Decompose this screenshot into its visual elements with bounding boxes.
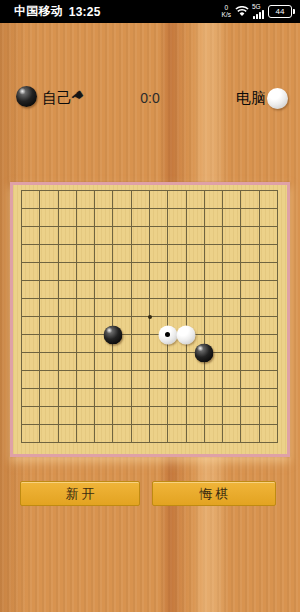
grid-line-h [21, 442, 278, 443]
signal-bars-icon: 5G [253, 4, 264, 19]
status-right: 0 K/s 5G 44 [222, 0, 295, 23]
status-left: 中国移动 13:25 [14, 0, 101, 23]
grid-line-h [21, 406, 278, 407]
opponent-stone-icon [267, 88, 288, 109]
star-point [148, 315, 152, 319]
new-game-button[interactable]: 新开 [20, 481, 140, 506]
app-screen: 中国移动 13:25 0 K/s 5G 44 [0, 0, 300, 612]
grid-line-v [259, 190, 260, 443]
grid-line-h [21, 424, 278, 425]
signal-type-label: 5G [252, 4, 261, 11]
last-move-marker [165, 332, 170, 337]
battery-icon: 44 [268, 5, 295, 18]
stone-white-i7 [158, 325, 177, 344]
battery-percent: 44 [268, 5, 292, 18]
opponent-player-label: 电脑 [236, 89, 266, 108]
grid-line-v [277, 190, 278, 443]
wifi-icon [235, 3, 249, 21]
go-board[interactable] [10, 182, 290, 457]
carrier-label: 中国移动 [14, 3, 63, 20]
stone-black-f7 [103, 325, 122, 344]
status-bar: 中国移动 13:25 0 K/s 5G 44 [0, 0, 300, 23]
net-speed-unit: K/s [222, 12, 231, 19]
net-speed-indicator: 0 K/s [222, 5, 231, 18]
board-grid[interactable] [21, 190, 278, 443]
stone-black-k6 [195, 343, 214, 362]
undo-move-button[interactable]: 悔棋 [152, 481, 276, 506]
stone-white-j7 [177, 325, 196, 344]
player-bar: 自己 ☚ 0:0 电脑 [0, 86, 300, 116]
clock-label: 13:25 [69, 5, 101, 19]
